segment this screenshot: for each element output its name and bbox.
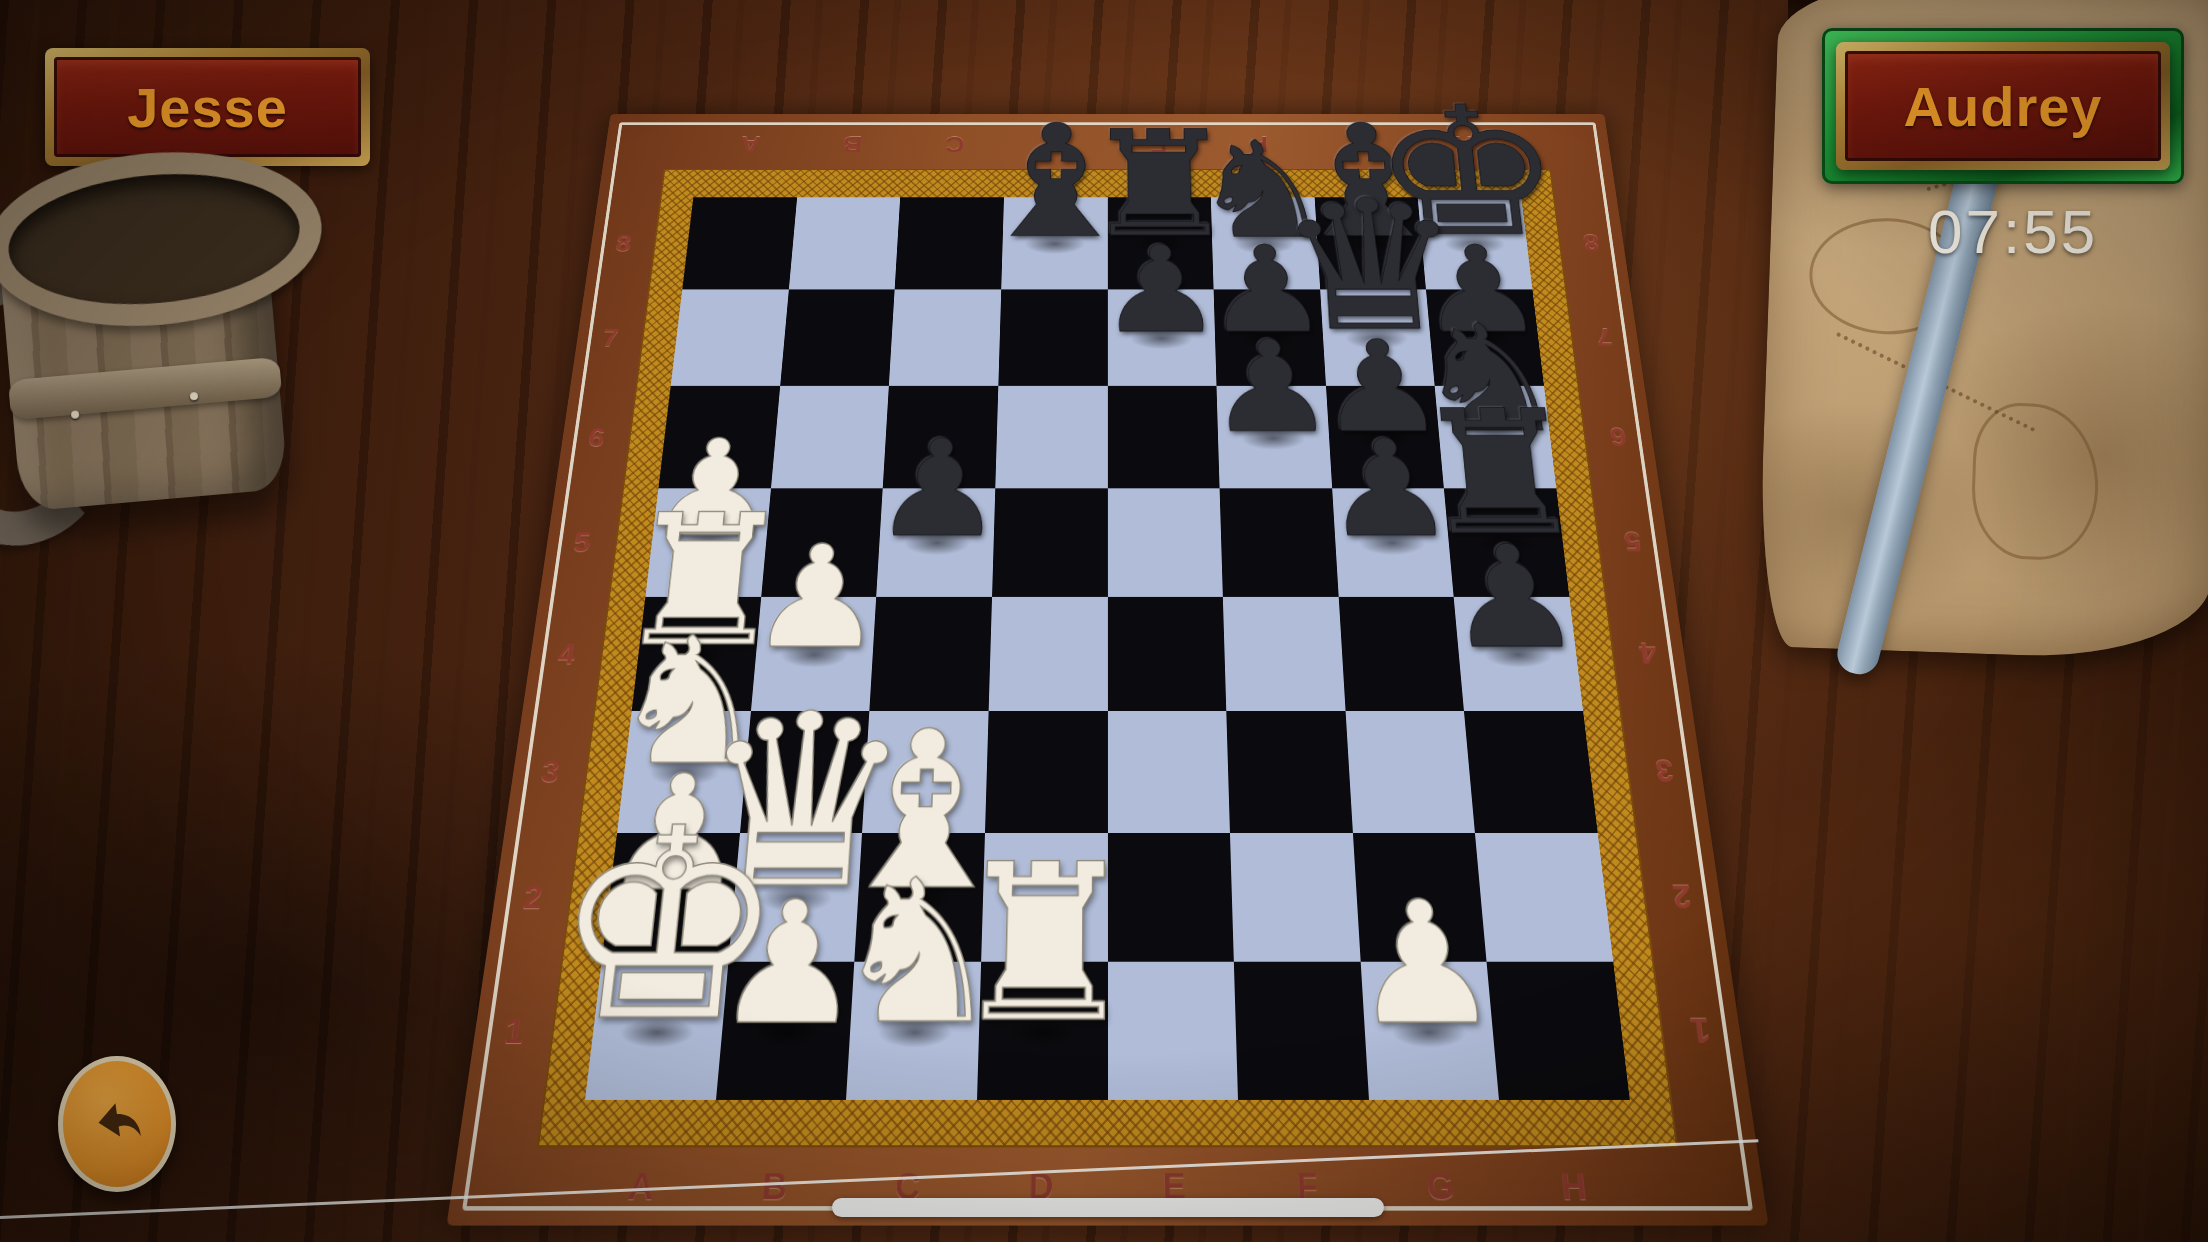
- lighting-vignette: [0, 0, 2208, 1242]
